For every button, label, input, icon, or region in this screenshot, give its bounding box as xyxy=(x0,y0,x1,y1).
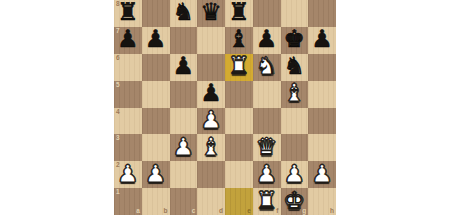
square-b4[interactable] xyxy=(142,108,170,135)
file-label-b: b xyxy=(164,208,168,215)
square-a6[interactable]: 6 xyxy=(114,54,142,81)
square-a2[interactable]: 2♟ xyxy=(114,161,142,188)
piece-white-queen[interactable]: ♛ xyxy=(256,135,278,159)
page: 8♜♞♛♜7♟♟♝♟♚♟6♟♜♞♞5♟♝4♟3♟♝♛2♟♟♟♟♟1abcdef♜… xyxy=(0,0,450,215)
rank-label-3: 3 xyxy=(116,135,120,142)
square-c6[interactable]: ♟ xyxy=(170,54,198,81)
square-f1[interactable]: f♜ xyxy=(253,188,281,215)
square-b5[interactable] xyxy=(142,81,170,108)
square-b7[interactable]: ♟ xyxy=(142,27,170,54)
square-h2[interactable]: ♟ xyxy=(308,161,336,188)
piece-white-rook[interactable]: ♜ xyxy=(228,54,250,78)
piece-white-pawn[interactable]: ♟ xyxy=(284,162,306,186)
square-h1[interactable]: h xyxy=(308,188,336,215)
square-c3[interactable]: ♟ xyxy=(170,134,198,161)
piece-white-bishop[interactable]: ♝ xyxy=(284,81,306,105)
piece-white-pawn[interactable]: ♟ xyxy=(311,162,333,186)
square-a1[interactable]: 1a xyxy=(114,188,142,215)
piece-black-pawn[interactable]: ♟ xyxy=(117,27,139,51)
square-h3[interactable] xyxy=(308,134,336,161)
piece-black-rook[interactable]: ♜ xyxy=(228,0,250,24)
square-g2[interactable]: ♟ xyxy=(281,161,309,188)
square-a3[interactable]: 3 xyxy=(114,134,142,161)
square-c8[interactable]: ♞ xyxy=(170,0,198,27)
piece-black-bishop[interactable]: ♝ xyxy=(228,27,250,51)
chess-board: 8♜♞♛♜7♟♟♝♟♚♟6♟♜♞♞5♟♝4♟3♟♝♛2♟♟♟♟♟1abcdef♜… xyxy=(114,0,336,215)
piece-white-pawn[interactable]: ♟ xyxy=(173,135,195,159)
square-c7[interactable] xyxy=(170,27,198,54)
piece-black-rook[interactable]: ♜ xyxy=(117,0,139,24)
square-f7[interactable]: ♟ xyxy=(253,27,281,54)
piece-black-pawn[interactable]: ♟ xyxy=(311,27,333,51)
square-e5[interactable] xyxy=(225,81,253,108)
piece-white-pawn[interactable]: ♟ xyxy=(256,162,278,186)
piece-white-pawn[interactable]: ♟ xyxy=(145,162,167,186)
square-a7[interactable]: 7♟ xyxy=(114,27,142,54)
square-c2[interactable] xyxy=(170,161,198,188)
square-h5[interactable] xyxy=(308,81,336,108)
square-g8[interactable] xyxy=(281,0,309,27)
square-c1[interactable]: c xyxy=(170,188,198,215)
piece-white-pawn[interactable]: ♟ xyxy=(200,108,222,132)
square-f3[interactable]: ♛ xyxy=(253,134,281,161)
square-d2[interactable] xyxy=(197,161,225,188)
square-a8[interactable]: 8♜ xyxy=(114,0,142,27)
piece-black-knight[interactable]: ♞ xyxy=(173,0,195,24)
piece-black-knight[interactable]: ♞ xyxy=(284,54,306,78)
piece-black-pawn[interactable]: ♟ xyxy=(200,81,222,105)
piece-white-pawn[interactable]: ♟ xyxy=(117,162,139,186)
square-e4[interactable] xyxy=(225,108,253,135)
square-e6[interactable]: ♜ xyxy=(225,54,253,81)
file-label-h: h xyxy=(330,208,334,215)
square-f2[interactable]: ♟ xyxy=(253,161,281,188)
square-b2[interactable]: ♟ xyxy=(142,161,170,188)
square-h6[interactable] xyxy=(308,54,336,81)
square-d8[interactable]: ♛ xyxy=(197,0,225,27)
square-h8[interactable] xyxy=(308,0,336,27)
square-g6[interactable]: ♞ xyxy=(281,54,309,81)
piece-white-rook[interactable]: ♜ xyxy=(256,189,278,213)
file-label-c: c xyxy=(192,208,196,215)
file-label-d: d xyxy=(219,208,223,215)
square-f8[interactable] xyxy=(253,0,281,27)
square-b6[interactable] xyxy=(142,54,170,81)
piece-black-king[interactable]: ♚ xyxy=(284,27,306,51)
piece-black-queen[interactable]: ♛ xyxy=(200,0,222,24)
square-g4[interactable] xyxy=(281,108,309,135)
piece-white-knight[interactable]: ♞ xyxy=(256,54,278,78)
piece-white-bishop[interactable]: ♝ xyxy=(200,135,222,159)
rank-label-6: 6 xyxy=(116,55,120,62)
rank-label-4: 4 xyxy=(116,109,120,116)
square-b3[interactable] xyxy=(142,134,170,161)
square-g3[interactable] xyxy=(281,134,309,161)
square-e7[interactable]: ♝ xyxy=(225,27,253,54)
square-d6[interactable] xyxy=(197,54,225,81)
square-d4[interactable]: ♟ xyxy=(197,108,225,135)
square-g5[interactable]: ♝ xyxy=(281,81,309,108)
square-c4[interactable] xyxy=(170,108,198,135)
square-d1[interactable]: d xyxy=(197,188,225,215)
square-b1[interactable]: b xyxy=(142,188,170,215)
square-b8[interactable] xyxy=(142,0,170,27)
square-g7[interactable]: ♚ xyxy=(281,27,309,54)
square-e3[interactable] xyxy=(225,134,253,161)
file-label-a: a xyxy=(136,208,140,215)
piece-black-pawn[interactable]: ♟ xyxy=(256,27,278,51)
piece-black-pawn[interactable]: ♟ xyxy=(173,54,195,78)
square-a4[interactable]: 4 xyxy=(114,108,142,135)
square-h4[interactable] xyxy=(308,108,336,135)
square-f4[interactable] xyxy=(253,108,281,135)
square-f5[interactable] xyxy=(253,81,281,108)
square-d5[interactable]: ♟ xyxy=(197,81,225,108)
square-g1[interactable]: g♚ xyxy=(281,188,309,215)
square-f6[interactable]: ♞ xyxy=(253,54,281,81)
square-a5[interactable]: 5 xyxy=(114,81,142,108)
piece-white-king[interactable]: ♚ xyxy=(284,189,306,213)
square-e1[interactable]: e xyxy=(225,188,253,215)
rank-label-1: 1 xyxy=(116,189,120,196)
rank-label-5: 5 xyxy=(116,82,120,89)
file-label-e: e xyxy=(247,208,251,215)
piece-black-pawn[interactable]: ♟ xyxy=(145,27,167,51)
square-h7[interactable]: ♟ xyxy=(308,27,336,54)
square-d3[interactable]: ♝ xyxy=(197,134,225,161)
square-e2[interactable] xyxy=(225,161,253,188)
square-e8[interactable]: ♜ xyxy=(225,0,253,27)
square-c5[interactable] xyxy=(170,81,198,108)
square-d7[interactable] xyxy=(197,27,225,54)
